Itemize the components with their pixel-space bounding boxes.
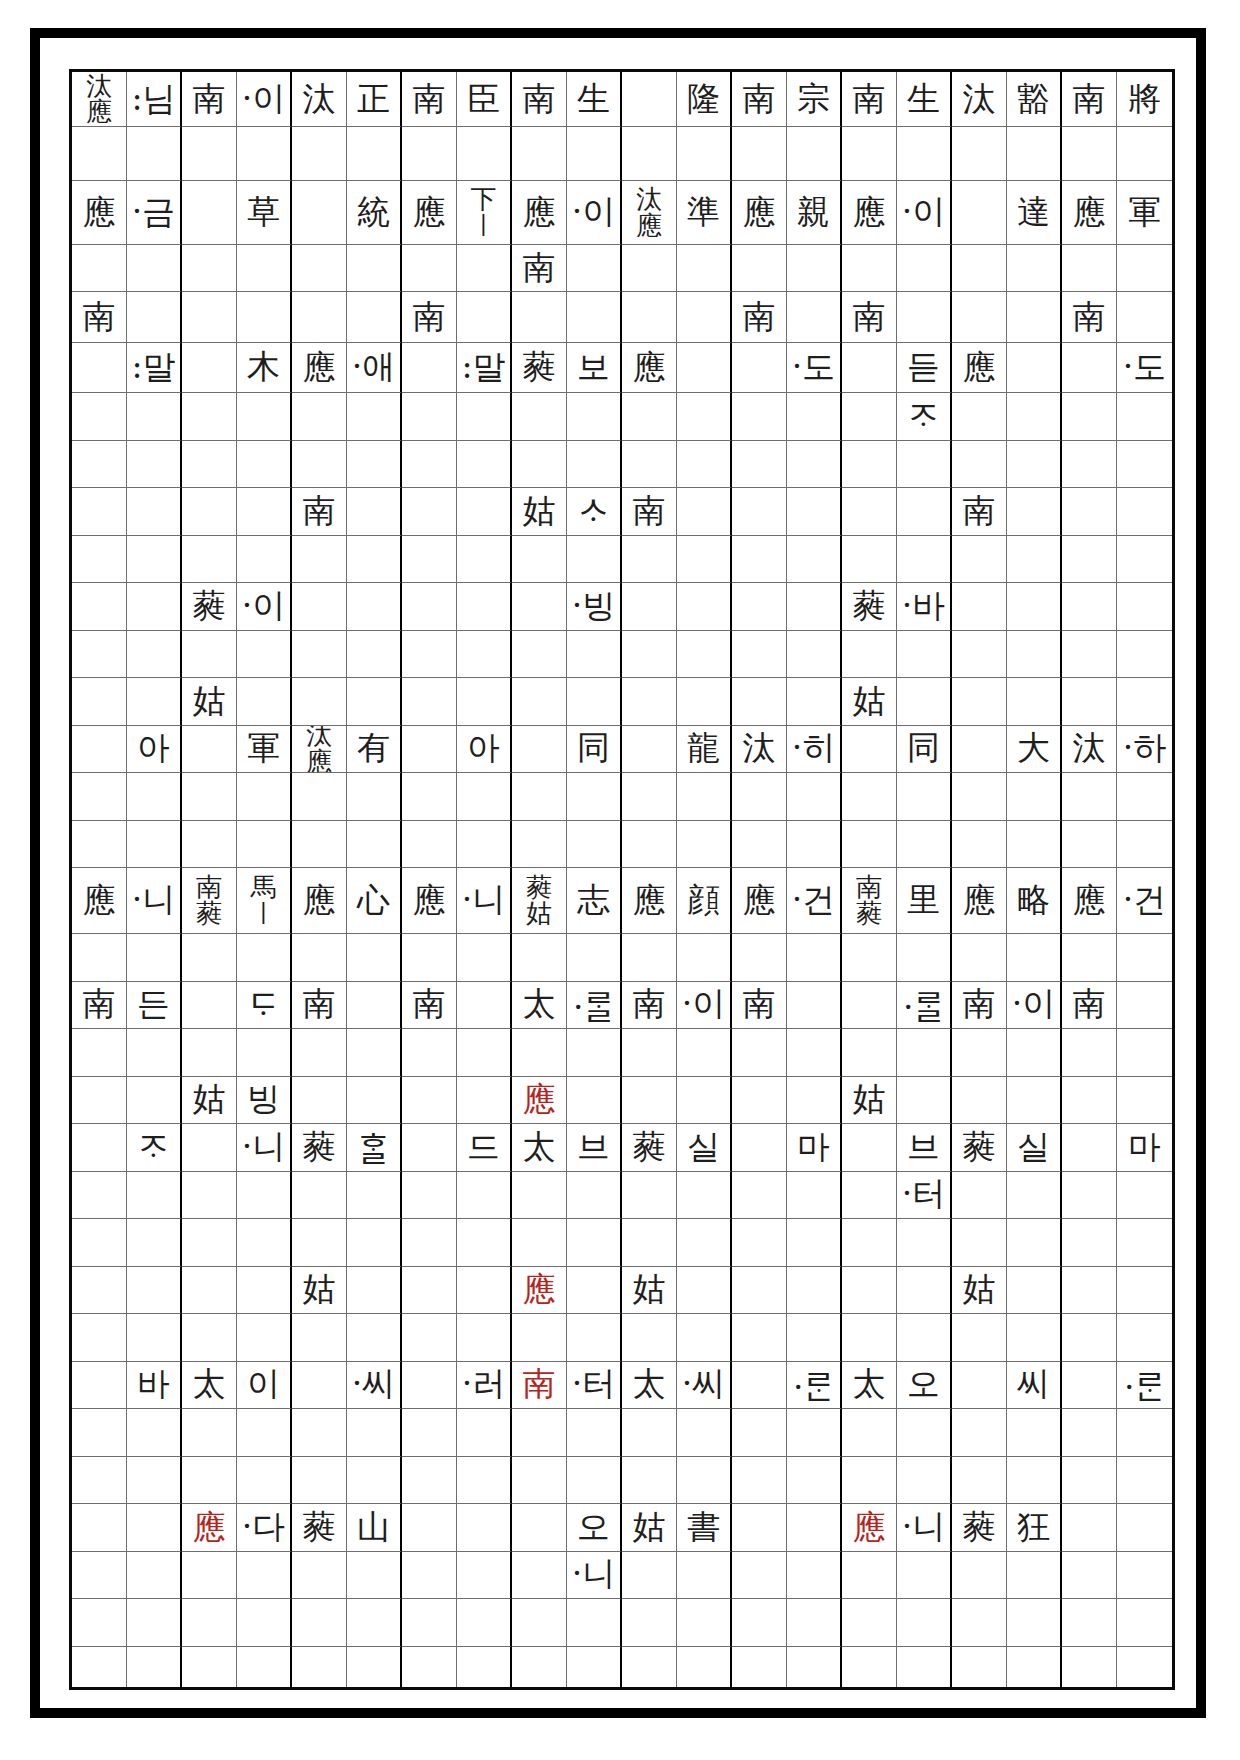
jeonggan-cell-r15c13 [732,773,787,821]
jeonggan-cell-r19c10: ·ᄅᆞᆯ [567,982,622,1030]
jeonggan-cell-r20c4 [237,1029,292,1077]
jeonggan-cell-r8c5 [292,441,347,489]
jeonggan-cell-r28c19 [1062,1409,1117,1457]
jeonggan-cell-r10c10 [567,536,622,584]
jeonggan-cell-r26c16 [897,1314,952,1362]
jeonggan-cell-r13c2 [127,678,182,726]
jeonggan-cell-r14c7 [402,726,457,774]
jeonggan-cell-r20c15 [842,1029,897,1077]
jeonggan-cell-r5c13: 南 [732,292,787,343]
jeonggan-cell-r33c1 [72,1647,127,1687]
jeonggan-cell-r27c20: ·ᄅᆞᆫ [1117,1362,1172,1410]
jeonggan-cell-r2c3 [182,127,237,181]
jeonggan-cell-r22c10: 브 [567,1124,622,1172]
jeonggan-cell-r15c20 [1117,773,1172,821]
jeonggan-cell-r27c2: 바 [127,1362,182,1410]
jeonggan-cell-r21c10 [567,1077,622,1125]
jeonggan-cell-r21c15: 姑 [842,1077,897,1125]
jeonggan-cell-r28c4 [237,1409,292,1457]
jeonggan-cell-r17c17: 應 [952,868,1007,934]
jeonggan-cell-r1c5: 汰 [292,72,347,127]
jeonggan-cell-r14c1 [72,726,127,774]
jeonggan-cell-r26c3 [182,1314,237,1362]
jeonggan-cell-r20c7 [402,1029,457,1077]
jeonggan-cell-r31c9 [512,1552,567,1600]
jeonggan-cell-r22c8: 드 [457,1124,512,1172]
jeonggan-cell-r10c8 [457,536,512,584]
jeonggan-cell-r2c13 [732,127,787,181]
jeonggan-cell-r17c4: 馬ㅣ [237,868,292,934]
jeonggan-cell-r25c14 [787,1267,842,1315]
stacked-pitch: 汰應 [636,187,662,238]
jeonggan-cell-r22c6: ᄒᆞᆯ [347,1124,402,1172]
jeonggan-cell-r11c16: ·바 [897,583,952,631]
jeonggan-cell-r3c4: 草 [237,181,292,245]
jeonggan-cell-r7c19 [1062,393,1117,441]
jeonggan-cell-r8c12 [677,441,732,489]
jeonggan-cell-r18c2 [127,934,182,982]
jeonggan-cell-r13c14 [787,678,842,726]
jeonggan-cell-r2c10 [567,127,622,181]
jeonggan-cell-r24c15 [842,1219,897,1267]
jeonggan-cell-r31c1 [72,1552,127,1600]
jeonggan-cell-r19c11: 南 [622,982,677,1030]
jeonggan-cell-r22c17: 蕤 [952,1124,1007,1172]
jeonggan-cell-r4c4 [237,245,292,292]
jeonggan-cell-r25c15 [842,1267,897,1315]
jeonggan-cell-r24c5 [292,1219,347,1267]
jeonggan-cell-r21c19 [1062,1077,1117,1125]
jeonggan-cell-r32c15 [842,1599,897,1647]
jeonggan-cell-r31c8 [457,1552,512,1600]
jeonggan-cell-r16c5 [292,821,347,869]
jeonggan-cell-r30c19 [1062,1504,1117,1552]
jeonggan-cell-r20c17 [952,1029,1007,1077]
jeonggan-cell-r6c3 [182,343,237,393]
jeonggan-cell-r1c6: 正 [347,72,402,127]
jeonggan-cell-r3c14: 親 [787,181,842,245]
jeonggan-cell-r26c12 [677,1314,732,1362]
jeonggan-cell-r27c19 [1062,1362,1117,1410]
jeonggan-cell-r12c2 [127,631,182,679]
jeonggan-cell-r26c8 [457,1314,512,1362]
jeonggan-cell-r13c9 [512,678,567,726]
jeonggan-cell-r10c6 [347,536,402,584]
jeonggan-cell-r14c15 [842,726,897,774]
jeonggan-cell-r28c5 [292,1409,347,1457]
jeonggan-cell-r25c7 [402,1267,457,1315]
jeonggan-cell-r5c16 [897,292,952,343]
jeonggan-cell-r12c1 [72,631,127,679]
jeonggan-cell-r17c11: 應 [622,868,677,934]
jeonggan-cell-r27c8: ·러 [457,1362,512,1410]
jeonggan-cell-r23c17 [952,1172,1007,1220]
jeonggan-cell-r33c9 [512,1647,567,1687]
jeonggan-cell-r24c8 [457,1219,512,1267]
jeonggan-cell-r33c6 [347,1647,402,1687]
jeonggan-cell-r4c7 [402,245,457,292]
jeonggan-cell-r3c16: ·이 [897,181,952,245]
jeonggan-cell-r18c1 [72,934,127,982]
jeonggan-cell-r10c9 [512,536,567,584]
jeonggan-cell-r19c4: ᄃᆞ [237,982,292,1030]
stacked-pitch: 下ㅣ [471,187,497,238]
jeonggan-cell-r29c20 [1117,1457,1172,1505]
jeonggan-cell-r18c19 [1062,934,1117,982]
jeonggan-cell-r4c10 [567,245,622,292]
jeonggan-cell-r25c13 [732,1267,787,1315]
jeonggan-cell-r7c9 [512,393,567,441]
jeonggan-cell-r8c18 [1007,441,1062,489]
jeonggan-cell-r32c13 [732,1599,787,1647]
jeonggan-cell-r33c19 [1062,1647,1117,1687]
jeonggan-cell-r8c19 [1062,441,1117,489]
jeonggan-cell-r14c13: 汰 [732,726,787,774]
jeonggan-cell-r9c9: 姑 [512,488,567,536]
jeonggan-cell-r33c2 [127,1647,182,1687]
jeonggan-cell-r23c4 [237,1172,292,1220]
jeonggan-cell-r16c6 [347,821,402,869]
jeonggan-cell-r13c7 [402,678,457,726]
jeonggan-cell-r14c17 [952,726,1007,774]
jeonggan-cell-r33c10 [567,1647,622,1687]
jeonggan-cell-r27c14: ·ᄅᆞᆫ [787,1362,842,1410]
jeonggan-cell-r6c20: ·도 [1117,343,1172,393]
jeonggan-cell-r11c4: ·이 [237,583,292,631]
jeonggan-cell-r23c16: ·터 [897,1172,952,1220]
jeonggan-cell-r27c7 [402,1362,457,1410]
jeonggan-cell-r10c3 [182,536,237,584]
jeonggan-cell-r18c7 [402,934,457,982]
jeonggan-cell-r33c7 [402,1647,457,1687]
jeonggan-cell-r24c14 [787,1219,842,1267]
jeonggan-cell-r6c12 [677,343,732,393]
jeonggan-cell-r27c10: ·터 [567,1362,622,1410]
jeonggan-cell-r4c11 [622,245,677,292]
jeonggan-cell-r12c4 [237,631,292,679]
jeonggan-cell-r18c5 [292,934,347,982]
jeonggan-cell-r27c12: ·씨 [677,1362,732,1410]
jeonggan-cell-r23c12 [677,1172,732,1220]
jeonggan-cell-r17c2: ·니 [127,868,182,934]
jeonggan-cell-r24c19 [1062,1219,1117,1267]
jeonggan-cell-r13c5 [292,678,347,726]
jeonggan-cell-r3c2: ·금 [127,181,182,245]
jeonggan-cell-r10c5 [292,536,347,584]
jeonggan-cell-r32c1 [72,1599,127,1647]
jeonggan-cell-r8c16 [897,441,952,489]
jeonggan-cell-r9c16 [897,488,952,536]
jeonggan-cell-r20c16 [897,1029,952,1077]
jeongganbo-grid: 汰應:님南·이汰正南臣南生隆南宗南生汰豁南將應·금草統應下ㅣ應·이汰應準應親應·… [69,69,1175,1690]
jeonggan-cell-r17c12: 顔 [677,868,732,934]
jeonggan-cell-r22c15 [842,1124,897,1172]
jeonggan-cell-r21c14 [787,1077,842,1125]
jeonggan-cell-r10c19 [1062,536,1117,584]
jeonggan-cell-r31c6 [347,1552,402,1600]
jeonggan-cell-r1c4: ·이 [237,72,292,127]
jeonggan-cell-r6c8: :말 [457,343,512,393]
jeonggan-cell-r29c7 [402,1457,457,1505]
jeonggan-cell-r29c11 [622,1457,677,1505]
jeonggan-cell-r5c19: 南 [1062,292,1117,343]
jeonggan-cell-r7c12 [677,393,732,441]
jeonggan-cell-r9c10: ᄉᆞ [567,488,622,536]
jeonggan-cell-r3c9: 應 [512,181,567,245]
jeonggan-cell-r30c8 [457,1504,512,1552]
jeonggan-cell-r18c9 [512,934,567,982]
jeonggan-cell-r9c19 [1062,488,1117,536]
jeonggan-cell-r7c10 [567,393,622,441]
jeonggan-cell-r19c8 [457,982,512,1030]
jeonggan-cell-r12c8 [457,631,512,679]
jeonggan-cell-r10c17 [952,536,1007,584]
jeonggan-cell-r18c8 [457,934,512,982]
jeonggan-cell-r25c17: 姑 [952,1267,1007,1315]
jeonggan-cell-r25c2 [127,1267,182,1315]
jeonggan-cell-r3c19: 應 [1062,181,1117,245]
jeonggan-cell-r8c17 [952,441,1007,489]
jeonggan-cell-r12c20 [1117,631,1172,679]
jeonggan-cell-r19c6 [347,982,402,1030]
jeonggan-cell-r20c12 [677,1029,732,1077]
jeonggan-cell-r33c20 [1117,1647,1172,1687]
jeonggan-cell-r6c13 [732,343,787,393]
score-page: 汰應:님南·이汰正南臣南生隆南宗南生汰豁南將應·금草統應下ㅣ應·이汰應準應親應·… [0,0,1240,1760]
jeonggan-cell-r10c13 [732,536,787,584]
stacked-pitch: 汰應 [86,74,112,125]
jeonggan-cell-r10c12 [677,536,732,584]
jeonggan-cell-r29c2 [127,1457,182,1505]
jeonggan-cell-r22c2: ᄌᆞ [127,1124,182,1172]
jeonggan-cell-r30c10: 오 [567,1504,622,1552]
jeonggan-cell-r15c1 [72,773,127,821]
jeonggan-cell-r33c12 [677,1647,732,1687]
jeonggan-cell-r6c1 [72,343,127,393]
jeonggan-cell-r21c3: 姑 [182,1077,237,1125]
jeonggan-cell-r13c17 [952,678,1007,726]
jeonggan-cell-r12c7 [402,631,457,679]
jeonggan-cell-r11c20 [1117,583,1172,631]
jeonggan-cell-r5c3 [182,292,237,343]
jeonggan-cell-r18c11 [622,934,677,982]
jeonggan-cell-r17c19: 應 [1062,868,1117,934]
jeonggan-cell-r5c9 [512,292,567,343]
jeonggan-cell-r13c1 [72,678,127,726]
jeonggan-cell-r11c13 [732,583,787,631]
jeonggan-cell-r33c15 [842,1647,897,1687]
jeonggan-cell-r25c11: 姑 [622,1267,677,1315]
jeonggan-cell-r20c13 [732,1029,787,1077]
jeonggan-cell-r23c11 [622,1172,677,1220]
jeonggan-cell-r14c11 [622,726,677,774]
jeonggan-cell-r16c13 [732,821,787,869]
jeonggan-cell-r27c18: 씨 [1007,1362,1062,1410]
jeonggan-cell-r11c10: ·빙 [567,583,622,631]
jeonggan-cell-r22c7 [402,1124,457,1172]
jeonggan-cell-r19c20 [1117,982,1172,1030]
jeonggan-cell-r4c1 [72,245,127,292]
jeonggan-cell-r25c3 [182,1267,237,1315]
jeonggan-cell-r1c7: 南 [402,72,457,127]
jeonggan-cell-r23c3 [182,1172,237,1220]
jeonggan-cell-r13c13 [732,678,787,726]
jeonggan-cell-r25c8 [457,1267,512,1315]
jeonggan-cell-r8c7 [402,441,457,489]
jeonggan-cell-r3c17 [952,181,1007,245]
jeonggan-cell-r6c16: 듣 [897,343,952,393]
jeonggan-cell-r27c11: 太 [622,1362,677,1410]
jeonggan-cell-r8c8 [457,441,512,489]
jeonggan-cell-r8c4 [237,441,292,489]
jeonggan-cell-r7c17 [952,393,1007,441]
jeonggan-cell-r31c20 [1117,1552,1172,1600]
jeonggan-cell-r14c16: 同 [897,726,952,774]
jeonggan-cell-r31c19 [1062,1552,1117,1600]
jeonggan-cell-r7c5 [292,393,347,441]
jeonggan-cell-r20c11 [622,1029,677,1077]
jeonggan-cell-r15c14 [787,773,842,821]
jeonggan-cell-r3c8: 下ㅣ [457,181,512,245]
jeonggan-cell-r13c15: 姑 [842,678,897,726]
jeonggan-cell-r29c17 [952,1457,1007,1505]
jeonggan-cell-r18c10 [567,934,622,982]
jeonggan-cell-r22c5: 蕤 [292,1124,347,1172]
jeonggan-cell-r22c18: 실 [1007,1124,1062,1172]
jeonggan-cell-r29c3 [182,1457,237,1505]
jeonggan-cell-r19c15 [842,982,897,1030]
jeonggan-cell-r30c4: ·다 [237,1504,292,1552]
jeonggan-cell-r6c19 [1062,343,1117,393]
jeonggan-cell-r9c7 [402,488,457,536]
jeonggan-cell-r32c20 [1117,1599,1172,1647]
jeonggan-cell-r19c19: 南 [1062,982,1117,1030]
jeonggan-cell-r29c4 [237,1457,292,1505]
jeonggan-cell-r30c5: 蕤 [292,1504,347,1552]
jeonggan-cell-r6c17: 應 [952,343,1007,393]
jeonggan-cell-r25c9: 應 [512,1267,567,1315]
jeonggan-cell-r30c6: 山 [347,1504,402,1552]
jeonggan-cell-r9c17: 南 [952,488,1007,536]
jeonggan-cell-r8c2 [127,441,182,489]
jeonggan-cell-r7c3 [182,393,237,441]
jeonggan-cell-r13c3: 姑 [182,678,237,726]
jeonggan-cell-r4c20 [1117,245,1172,292]
jeonggan-cell-r17c3: 南蕤 [182,868,237,934]
jeonggan-cell-r27c13 [732,1362,787,1410]
jeonggan-cell-r12c18 [1007,631,1062,679]
jeonggan-cell-r26c2 [127,1314,182,1362]
jeonggan-cell-r32c18 [1007,1599,1062,1647]
jeonggan-cell-r4c2 [127,245,182,292]
jeonggan-cell-r5c1: 南 [72,292,127,343]
jeonggan-cell-r17c16: 里 [897,868,952,934]
jeonggan-cell-r5c2 [127,292,182,343]
jeonggan-cell-r9c18 [1007,488,1062,536]
jeonggan-cell-r19c13: 南 [732,982,787,1030]
jeonggan-cell-r28c9 [512,1409,567,1457]
jeonggan-cell-r6c5: 應 [292,343,347,393]
jeonggan-cell-r1c18: 豁 [1007,72,1062,127]
jeonggan-cell-r20c18 [1007,1029,1062,1077]
jeonggan-cell-r13c18 [1007,678,1062,726]
jeonggan-cell-r20c10 [567,1029,622,1077]
jeonggan-cell-r9c4 [237,488,292,536]
jeonggan-cell-r16c9 [512,821,567,869]
jeonggan-cell-r29c15 [842,1457,897,1505]
jeonggan-cell-r24c12 [677,1219,732,1267]
jeonggan-cell-r17c6: 心 [347,868,402,934]
jeonggan-cell-r18c16 [897,934,952,982]
jeonggan-cell-r21c2 [127,1077,182,1125]
jeonggan-cell-r4c15 [842,245,897,292]
jeonggan-cell-r4c18 [1007,245,1062,292]
jeonggan-cell-r30c13 [732,1504,787,1552]
jeonggan-cell-r31c3 [182,1552,237,1600]
jeonggan-cell-r20c20 [1117,1029,1172,1077]
jeonggan-cell-r24c13 [732,1219,787,1267]
jeonggan-cell-r24c17 [952,1219,1007,1267]
jeonggan-cell-r28c1 [72,1409,127,1457]
stacked-pitch: 汰應 [306,726,332,774]
jeonggan-cell-r31c14 [787,1552,842,1600]
jeonggan-cell-r21c4: 빙 [237,1077,292,1125]
jeonggan-cell-r33c8 [457,1647,512,1687]
jeonggan-cell-r22c16: 브 [897,1124,952,1172]
jeonggan-cell-r17c10: 志 [567,868,622,934]
jeonggan-cell-r14c10: 同 [567,726,622,774]
jeonggan-cell-r2c12 [677,127,732,181]
jeonggan-cell-r4c5 [292,245,347,292]
jeonggan-cell-r6c14: ·도 [787,343,842,393]
jeonggan-cell-r9c13 [732,488,787,536]
jeonggan-cell-r14c2: 아 [127,726,182,774]
jeonggan-cell-r2c6 [347,127,402,181]
jeonggan-cell-r19c18: ·이 [1007,982,1062,1030]
jeonggan-cell-r1c11 [622,72,677,127]
jeonggan-cell-r15c6 [347,773,402,821]
jeonggan-cell-r28c7 [402,1409,457,1457]
jeonggan-cell-r25c10 [567,1267,622,1315]
jeonggan-cell-r16c1 [72,821,127,869]
jeonggan-cell-r2c17 [952,127,1007,181]
jeonggan-cell-r17c13: 應 [732,868,787,934]
jeonggan-cell-r12c11 [622,631,677,679]
jeonggan-cell-r9c3 [182,488,237,536]
jeonggan-cell-r29c5 [292,1457,347,1505]
jeonggan-cell-r17c14: ·건 [787,868,842,934]
jeonggan-cell-r1c13: 南 [732,72,787,127]
jeonggan-cell-r9c6 [347,488,402,536]
jeonggan-cell-r15c8 [457,773,512,821]
jeonggan-cell-r1c9: 南 [512,72,567,127]
jeonggan-cell-r33c11 [622,1647,677,1687]
jeonggan-cell-r19c17: 南 [952,982,1007,1030]
jeonggan-cell-r26c10 [567,1314,622,1362]
jeonggan-cell-r12c10 [567,631,622,679]
jeonggan-cell-r14c20: ·하 [1117,726,1172,774]
jeonggan-cell-r18c15 [842,934,897,982]
jeonggan-cell-r22c11: 蕤 [622,1124,677,1172]
jeonggan-cell-r3c13: 應 [732,181,787,245]
jeonggan-cell-r14c19: 汰 [1062,726,1117,774]
jeonggan-cell-r10c20 [1117,536,1172,584]
jeonggan-cell-r29c18 [1007,1457,1062,1505]
jeonggan-cell-r2c16 [897,127,952,181]
jeonggan-cell-r23c13 [732,1172,787,1220]
jeonggan-cell-r3c1: 應 [72,181,127,245]
jeonggan-cell-r4c9: 南 [512,245,567,292]
